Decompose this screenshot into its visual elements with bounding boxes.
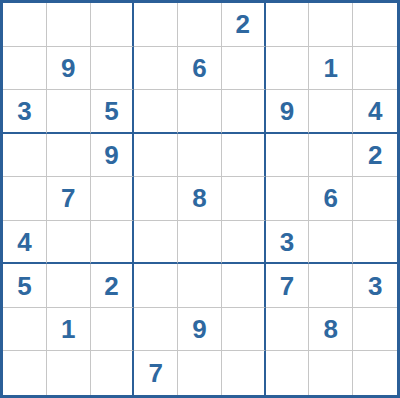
cell-r2c3[interactable] bbox=[91, 47, 135, 91]
cell-r9c7[interactable] bbox=[266, 351, 310, 395]
cell-r4c7[interactable] bbox=[266, 134, 310, 178]
cell-r9c3[interactable] bbox=[91, 351, 135, 395]
given-digit: 8 bbox=[324, 316, 338, 342]
given-digit: 4 bbox=[17, 229, 31, 255]
given-digit: 7 bbox=[148, 360, 162, 386]
cell-r4c5[interactable] bbox=[178, 134, 222, 178]
given-digit: 6 bbox=[192, 55, 206, 81]
cell-r6c8[interactable] bbox=[309, 221, 353, 265]
cell-r2c1[interactable] bbox=[3, 47, 47, 91]
cell-r1c6[interactable]: 2 bbox=[222, 3, 266, 47]
cell-r7c2[interactable] bbox=[47, 264, 91, 308]
cell-r1c5[interactable] bbox=[178, 3, 222, 47]
cell-r3c2[interactable] bbox=[47, 90, 91, 134]
given-digit: 9 bbox=[61, 55, 75, 81]
given-digit: 5 bbox=[104, 98, 118, 124]
given-digit: 2 bbox=[236, 11, 250, 37]
given-digit: 8 bbox=[192, 185, 206, 211]
cell-r8c8[interactable]: 8 bbox=[309, 308, 353, 352]
cell-r8c5[interactable]: 9 bbox=[178, 308, 222, 352]
cell-r2c2[interactable]: 9 bbox=[47, 47, 91, 91]
cell-r1c1[interactable] bbox=[3, 3, 47, 47]
cell-r3c4[interactable] bbox=[134, 90, 178, 134]
given-digit: 6 bbox=[324, 185, 338, 211]
cell-r4c8[interactable] bbox=[309, 134, 353, 178]
cell-r5c1[interactable] bbox=[3, 177, 47, 221]
cell-r7c4[interactable] bbox=[134, 264, 178, 308]
cell-r9c6[interactable] bbox=[222, 351, 266, 395]
cell-r5c6[interactable] bbox=[222, 177, 266, 221]
cell-r5c3[interactable] bbox=[91, 177, 135, 221]
cell-r3c3[interactable]: 5 bbox=[91, 90, 135, 134]
given-digit: 9 bbox=[192, 316, 206, 342]
cell-r6c6[interactable] bbox=[222, 221, 266, 265]
cell-r8c3[interactable] bbox=[91, 308, 135, 352]
cell-r1c9[interactable] bbox=[353, 3, 397, 47]
cell-r6c1[interactable]: 4 bbox=[3, 221, 47, 265]
given-digit: 1 bbox=[61, 316, 75, 342]
cell-r3c9[interactable]: 4 bbox=[353, 90, 397, 134]
cell-r1c8[interactable] bbox=[309, 3, 353, 47]
cell-r2c8[interactable]: 1 bbox=[309, 47, 353, 91]
cell-r7c8[interactable] bbox=[309, 264, 353, 308]
given-digit: 2 bbox=[104, 273, 118, 299]
cell-r9c2[interactable] bbox=[47, 351, 91, 395]
cell-r2c9[interactable] bbox=[353, 47, 397, 91]
given-digit: 9 bbox=[280, 98, 294, 124]
cell-r6c2[interactable] bbox=[47, 221, 91, 265]
cell-r8c4[interactable] bbox=[134, 308, 178, 352]
cell-r4c1[interactable] bbox=[3, 134, 47, 178]
cell-r4c3[interactable]: 9 bbox=[91, 134, 135, 178]
cell-r1c3[interactable] bbox=[91, 3, 135, 47]
cell-r7c6[interactable] bbox=[222, 264, 266, 308]
cell-r5c8[interactable]: 6 bbox=[309, 177, 353, 221]
given-digit: 5 bbox=[17, 273, 31, 299]
cell-r5c9[interactable] bbox=[353, 177, 397, 221]
cell-r2c7[interactable] bbox=[266, 47, 310, 91]
cell-r9c1[interactable] bbox=[3, 351, 47, 395]
cell-r5c4[interactable] bbox=[134, 177, 178, 221]
cell-r8c7[interactable] bbox=[266, 308, 310, 352]
cell-r8c2[interactable]: 1 bbox=[47, 308, 91, 352]
given-digit: 3 bbox=[280, 229, 294, 255]
cell-r3c5[interactable] bbox=[178, 90, 222, 134]
cell-r6c3[interactable] bbox=[91, 221, 135, 265]
cell-r2c4[interactable] bbox=[134, 47, 178, 91]
cell-r8c1[interactable] bbox=[3, 308, 47, 352]
cell-r4c4[interactable] bbox=[134, 134, 178, 178]
cell-r4c6[interactable] bbox=[222, 134, 266, 178]
cell-r4c2[interactable] bbox=[47, 134, 91, 178]
given-digit: 3 bbox=[368, 273, 382, 299]
cell-r8c9[interactable] bbox=[353, 308, 397, 352]
given-digit: 9 bbox=[104, 142, 118, 168]
cell-r5c7[interactable] bbox=[266, 177, 310, 221]
cell-r9c5[interactable] bbox=[178, 351, 222, 395]
given-digit: 7 bbox=[280, 273, 294, 299]
cell-r1c7[interactable] bbox=[266, 3, 310, 47]
cell-r4c9[interactable]: 2 bbox=[353, 134, 397, 178]
cell-r7c9[interactable]: 3 bbox=[353, 264, 397, 308]
cell-r7c1[interactable]: 5 bbox=[3, 264, 47, 308]
cell-r3c7[interactable]: 9 bbox=[266, 90, 310, 134]
cell-r2c5[interactable]: 6 bbox=[178, 47, 222, 91]
cell-r8c6[interactable] bbox=[222, 308, 266, 352]
cell-r9c8[interactable] bbox=[309, 351, 353, 395]
cell-r7c5[interactable] bbox=[178, 264, 222, 308]
given-digit: 3 bbox=[17, 98, 31, 124]
cell-r1c2[interactable] bbox=[47, 3, 91, 47]
cell-r3c6[interactable] bbox=[222, 90, 266, 134]
cell-r7c7[interactable]: 7 bbox=[266, 264, 310, 308]
given-digit: 1 bbox=[324, 55, 338, 81]
cell-r1c4[interactable] bbox=[134, 3, 178, 47]
cell-r2c6[interactable] bbox=[222, 47, 266, 91]
cell-r9c9[interactable] bbox=[353, 351, 397, 395]
cell-r6c4[interactable] bbox=[134, 221, 178, 265]
cell-r6c7[interactable]: 3 bbox=[266, 221, 310, 265]
sudoku-board: 29613594927864352731987 bbox=[0, 0, 400, 398]
given-digit: 2 bbox=[368, 142, 382, 168]
cell-r3c8[interactable] bbox=[309, 90, 353, 134]
cell-r7c3[interactable]: 2 bbox=[91, 264, 135, 308]
cell-r3c1[interactable]: 3 bbox=[3, 90, 47, 134]
cell-r5c5[interactable]: 8 bbox=[178, 177, 222, 221]
cell-r9c4[interactable]: 7 bbox=[134, 351, 178, 395]
cell-r6c5[interactable] bbox=[178, 221, 222, 265]
given-digit: 4 bbox=[368, 98, 382, 124]
given-digit: 7 bbox=[61, 185, 75, 211]
cell-r6c9[interactable] bbox=[353, 221, 397, 265]
cell-r5c2[interactable]: 7 bbox=[47, 177, 91, 221]
